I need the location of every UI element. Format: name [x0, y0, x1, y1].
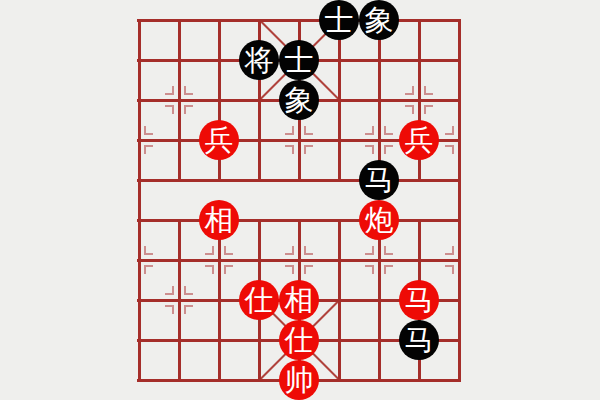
piece-red-horse[interactable]: 马	[399, 280, 439, 320]
xiangqi-board[interactable]: 士象将士象兵兵马相炮仕相马仕马帅	[0, 0, 600, 400]
position-mark	[424, 86, 426, 95]
position-mark	[452, 145, 454, 154]
position-mark	[372, 265, 374, 274]
piece-red-elephant[interactable]: 相	[279, 280, 319, 320]
grid-line	[138, 19, 141, 381]
position-mark	[372, 145, 374, 154]
position-mark	[184, 305, 186, 314]
position-mark	[412, 86, 414, 95]
piece-black-horse[interactable]: 马	[399, 320, 439, 360]
position-mark	[384, 246, 386, 255]
position-mark	[424, 105, 426, 114]
position-mark	[304, 126, 306, 135]
grid-line	[178, 19, 181, 181]
piece-black-elephant[interactable]: 象	[279, 80, 319, 120]
position-mark	[412, 105, 414, 114]
position-mark	[292, 145, 294, 154]
position-mark	[304, 145, 306, 154]
position-mark	[172, 86, 174, 95]
position-mark	[184, 86, 186, 95]
position-mark	[292, 126, 294, 135]
piece-red-soldier[interactable]: 兵	[399, 120, 439, 160]
piece-red-advisor[interactable]: 仕	[279, 320, 319, 360]
grid-line	[378, 19, 381, 181]
position-mark	[184, 105, 186, 114]
grid-line	[378, 219, 381, 381]
position-mark	[224, 265, 226, 274]
position-mark	[372, 246, 374, 255]
position-mark	[384, 265, 386, 274]
position-mark	[144, 246, 146, 255]
piece-red-general[interactable]: 帅	[279, 360, 319, 400]
grid-line	[458, 19, 461, 381]
position-mark	[452, 126, 454, 135]
position-mark	[292, 265, 294, 274]
position-mark	[172, 305, 174, 314]
position-mark	[144, 145, 146, 154]
position-mark	[172, 286, 174, 295]
position-mark	[224, 246, 226, 255]
grid-line	[218, 219, 221, 381]
position-mark	[304, 265, 306, 274]
position-mark	[304, 246, 306, 255]
position-mark	[372, 126, 374, 135]
piece-black-general[interactable]: 将	[239, 40, 279, 80]
piece-red-elephant[interactable]: 相	[199, 200, 239, 240]
position-mark	[452, 265, 454, 274]
position-mark	[384, 126, 386, 135]
position-mark	[452, 246, 454, 255]
piece-red-cannon[interactable]: 炮	[359, 200, 399, 240]
piece-black-horse[interactable]: 马	[359, 160, 399, 200]
position-mark	[212, 265, 214, 274]
position-mark	[184, 286, 186, 295]
position-mark	[212, 246, 214, 255]
grid-line	[338, 219, 341, 381]
piece-black-elephant[interactable]: 象	[359, 0, 399, 40]
piece-red-advisor[interactable]: 仕	[239, 280, 279, 320]
position-mark	[144, 126, 146, 135]
grid-line	[178, 219, 181, 381]
piece-black-advisor[interactable]: 士	[319, 0, 359, 40]
position-mark	[384, 145, 386, 154]
position-mark	[172, 105, 174, 114]
position-mark	[144, 265, 146, 274]
piece-red-soldier[interactable]: 兵	[199, 120, 239, 160]
position-mark	[292, 246, 294, 255]
grid-line	[338, 19, 341, 181]
piece-black-advisor[interactable]: 士	[279, 40, 319, 80]
